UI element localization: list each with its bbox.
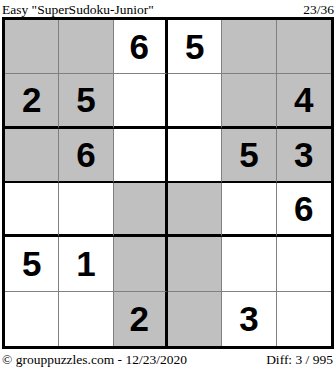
cell-r2c2: 5 <box>59 74 113 128</box>
header: Easy "SuperSudoku-Junior" 23/36 <box>0 0 336 17</box>
cell-r4c2 <box>59 183 113 237</box>
cell-r1c2 <box>59 20 113 74</box>
cell-r4c5 <box>222 183 276 237</box>
cell-r3c4 <box>168 129 222 183</box>
copyright-date: © grouppuzzles.com - 12/23/2020 <box>2 352 187 367</box>
cell-r5c3 <box>114 237 168 291</box>
cell-r2c1: 2 <box>5 74 59 128</box>
cell-r5c4 <box>168 237 222 291</box>
cell-r5c1: 5 <box>5 237 59 291</box>
cell-r5c6 <box>277 237 331 291</box>
cell-r1c1 <box>5 20 59 74</box>
cells-remaining-counter: 23/36 <box>303 2 334 17</box>
cell-r4c3 <box>114 183 168 237</box>
cell-r6c5: 3 <box>222 292 276 346</box>
cell-r5c5 <box>222 237 276 291</box>
cell-r1c5 <box>222 20 276 74</box>
footer: © grouppuzzles.com - 12/23/2020 Diff: 3 … <box>0 352 336 367</box>
puzzle-page: Easy "SuperSudoku-Junior" 23/36 65254653… <box>0 0 336 370</box>
cell-r2c3 <box>114 74 168 128</box>
cell-r3c1 <box>5 129 59 183</box>
cell-r1c4: 5 <box>168 20 222 74</box>
cell-r4c4 <box>168 183 222 237</box>
cell-r2c5 <box>222 74 276 128</box>
page-title: Easy "SuperSudoku-Junior" <box>2 2 154 17</box>
cell-r6c1 <box>5 292 59 346</box>
cell-r2c6: 4 <box>277 74 331 128</box>
cell-r6c4 <box>168 292 222 346</box>
cell-r6c6 <box>277 292 331 346</box>
cell-r4c6: 6 <box>277 183 331 237</box>
cell-r3c5: 5 <box>222 129 276 183</box>
cell-r3c3 <box>114 129 168 183</box>
cell-r3c6: 3 <box>277 129 331 183</box>
cell-r2c4 <box>168 74 222 128</box>
cell-r6c3: 2 <box>114 292 168 346</box>
cell-r1c6 <box>277 20 331 74</box>
cell-r3c2: 6 <box>59 129 113 183</box>
sudoku-board: 6525465365123 <box>2 17 334 349</box>
cell-r6c2 <box>59 292 113 346</box>
cell-r4c1 <box>5 183 59 237</box>
difficulty-label: Diff: 3 / 995 <box>266 352 333 367</box>
cell-r1c3: 6 <box>114 20 168 74</box>
cell-r5c2: 1 <box>59 237 113 291</box>
